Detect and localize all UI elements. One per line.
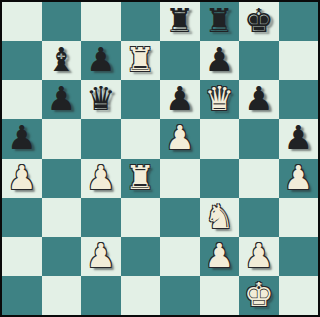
square-d8[interactable]	[121, 2, 161, 41]
square-e1[interactable]	[160, 276, 200, 315]
square-g4[interactable]	[239, 159, 279, 198]
square-g3[interactable]	[239, 198, 279, 237]
square-a8[interactable]	[2, 2, 42, 41]
square-b6[interactable]: ♟	[42, 80, 82, 119]
square-f6[interactable]: ♛	[200, 80, 240, 119]
piece-white-pawn: ♟	[204, 239, 234, 272]
piece-black-pawn: ♟	[283, 121, 313, 154]
square-e2[interactable]	[160, 237, 200, 276]
piece-black-pawn: ♟	[165, 82, 195, 115]
square-f7[interactable]: ♟	[200, 41, 240, 80]
square-h3[interactable]	[279, 198, 319, 237]
square-h7[interactable]	[279, 41, 319, 80]
piece-black-pawn: ♟	[204, 43, 234, 76]
square-h8[interactable]	[279, 2, 319, 41]
square-g2[interactable]: ♟	[239, 237, 279, 276]
square-d4[interactable]: ♜	[121, 159, 161, 198]
piece-white-pawn: ♟	[165, 121, 195, 154]
piece-black-pawn: ♟	[7, 121, 37, 154]
piece-black-queen: ♛	[86, 82, 116, 115]
square-e7[interactable]	[160, 41, 200, 80]
square-g5[interactable]	[239, 119, 279, 158]
square-f8[interactable]: ♜	[200, 2, 240, 41]
square-a1[interactable]	[2, 276, 42, 315]
square-e5[interactable]: ♟	[160, 119, 200, 158]
square-a6[interactable]	[2, 80, 42, 119]
square-d7[interactable]: ♜	[121, 41, 161, 80]
square-b7[interactable]: ♝	[42, 41, 82, 80]
square-e4[interactable]	[160, 159, 200, 198]
piece-black-bishop: ♝	[46, 43, 76, 76]
piece-white-pawn: ♟	[86, 239, 116, 272]
square-c2[interactable]: ♟	[81, 237, 121, 276]
square-f4[interactable]	[200, 159, 240, 198]
square-h1[interactable]	[279, 276, 319, 315]
square-f2[interactable]: ♟	[200, 237, 240, 276]
square-b1[interactable]	[42, 276, 82, 315]
piece-white-rook: ♜	[125, 161, 155, 194]
square-c3[interactable]	[81, 198, 121, 237]
piece-white-queen: ♛	[204, 82, 234, 115]
piece-black-pawn: ♟	[244, 82, 274, 115]
piece-white-pawn: ♟	[86, 161, 116, 194]
square-a7[interactable]	[2, 41, 42, 80]
square-g8[interactable]: ♚	[239, 2, 279, 41]
square-c4[interactable]: ♟	[81, 159, 121, 198]
square-d6[interactable]	[121, 80, 161, 119]
square-h5[interactable]: ♟	[279, 119, 319, 158]
square-e8[interactable]: ♜	[160, 2, 200, 41]
piece-white-knight: ♞	[204, 200, 234, 233]
square-a5[interactable]: ♟	[2, 119, 42, 158]
square-d5[interactable]	[121, 119, 161, 158]
square-c8[interactable]	[81, 2, 121, 41]
square-e6[interactable]: ♟	[160, 80, 200, 119]
piece-white-pawn: ♟	[244, 239, 274, 272]
square-a3[interactable]	[2, 198, 42, 237]
square-b4[interactable]	[42, 159, 82, 198]
square-d2[interactable]	[121, 237, 161, 276]
square-a4[interactable]: ♟	[2, 159, 42, 198]
square-h6[interactable]	[279, 80, 319, 119]
piece-black-pawn: ♟	[46, 82, 76, 115]
chess-board: ♜♜♚♝♟♜♟♟♛♟♛♟♟♟♟♟♟♜♟♞♟♟♟♚	[0, 0, 320, 317]
square-a2[interactable]	[2, 237, 42, 276]
piece-white-pawn: ♟	[7, 161, 37, 194]
square-b2[interactable]	[42, 237, 82, 276]
piece-black-pawn: ♟	[86, 43, 116, 76]
square-b3[interactable]	[42, 198, 82, 237]
square-h2[interactable]	[279, 237, 319, 276]
piece-white-rook: ♜	[125, 43, 155, 76]
square-f5[interactable]	[200, 119, 240, 158]
piece-white-pawn: ♟	[283, 161, 313, 194]
square-b8[interactable]	[42, 2, 82, 41]
square-g6[interactable]: ♟	[239, 80, 279, 119]
square-c5[interactable]	[81, 119, 121, 158]
square-c6[interactable]: ♛	[81, 80, 121, 119]
square-c1[interactable]	[81, 276, 121, 315]
square-e3[interactable]	[160, 198, 200, 237]
piece-black-rook: ♜	[165, 4, 195, 37]
square-d3[interactable]	[121, 198, 161, 237]
piece-white-king: ♚	[244, 278, 274, 311]
square-g7[interactable]	[239, 41, 279, 80]
square-g1[interactable]: ♚	[239, 276, 279, 315]
square-b5[interactable]	[42, 119, 82, 158]
square-f3[interactable]: ♞	[200, 198, 240, 237]
square-f1[interactable]	[200, 276, 240, 315]
square-d1[interactable]	[121, 276, 161, 315]
square-h4[interactable]: ♟	[279, 159, 319, 198]
piece-black-king: ♚	[244, 4, 274, 37]
square-c7[interactable]: ♟	[81, 41, 121, 80]
piece-black-rook: ♜	[204, 4, 234, 37]
